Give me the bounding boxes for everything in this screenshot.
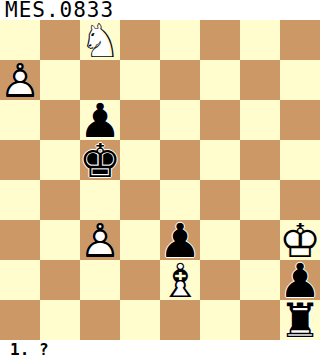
white-bishop-icon: ♗ — [160, 260, 200, 300]
square-a6 — [0, 100, 40, 140]
square-h3-white-king: ♚♔ — [280, 220, 320, 260]
square-a5 — [0, 140, 40, 180]
square-a4 — [0, 180, 40, 220]
white-knight-icon: ♘ — [80, 20, 120, 60]
square-e8 — [160, 20, 200, 60]
square-f1 — [200, 300, 240, 340]
square-b5 — [40, 140, 80, 180]
black-rook-icon: ♜ — [280, 300, 320, 340]
square-g8 — [240, 20, 280, 60]
square-e5 — [160, 140, 200, 180]
square-b1 — [40, 300, 80, 340]
white-king-icon: ♚ — [280, 220, 320, 260]
square-b8 — [40, 20, 80, 60]
white-pawn-icon: ♟ — [80, 220, 120, 260]
square-f8 — [200, 20, 240, 60]
black-pawn-icon: ♟ — [160, 220, 200, 260]
black-king-icon: ♚ — [80, 140, 120, 180]
square-c6-black-pawn: ♟ — [80, 100, 120, 140]
black-pawn-icon: ♟ — [80, 100, 120, 140]
square-g1 — [240, 300, 280, 340]
square-e3-black-pawn: ♟ — [160, 220, 200, 260]
square-c7 — [80, 60, 120, 100]
square-f7 — [200, 60, 240, 100]
square-f5 — [200, 140, 240, 180]
square-b6 — [40, 100, 80, 140]
diagram-title: MES.0833 — [5, 0, 114, 20]
square-d1 — [120, 300, 160, 340]
square-h2-black-pawn: ♟ — [280, 260, 320, 300]
square-c1 — [80, 300, 120, 340]
chess-diagram: MES.0833 ♞♘♟♙♟♚♟♙♟♚♔♝♗♟♜ 1. ? — [0, 0, 320, 360]
square-a1 — [0, 300, 40, 340]
square-g7 — [240, 60, 280, 100]
square-d8 — [120, 20, 160, 60]
square-g4 — [240, 180, 280, 220]
square-c4 — [80, 180, 120, 220]
square-f3 — [200, 220, 240, 260]
square-b2 — [40, 260, 80, 300]
square-h5 — [280, 140, 320, 180]
square-h6 — [280, 100, 320, 140]
square-g6 — [240, 100, 280, 140]
white-knight-icon: ♞ — [80, 20, 120, 60]
square-e7 — [160, 60, 200, 100]
white-bishop-icon: ♝ — [160, 260, 200, 300]
square-h4 — [280, 180, 320, 220]
white-pawn-icon: ♟ — [0, 60, 40, 100]
square-b3 — [40, 220, 80, 260]
square-e4 — [160, 180, 200, 220]
square-b4 — [40, 180, 80, 220]
chess-board: ♞♘♟♙♟♚♟♙♟♚♔♝♗♟♜ — [0, 20, 320, 340]
white-king-icon: ♔ — [280, 220, 320, 260]
square-f4 — [200, 180, 240, 220]
square-e1 — [160, 300, 200, 340]
square-c3-white-pawn: ♟♙ — [80, 220, 120, 260]
black-pawn-icon: ♟ — [280, 260, 320, 300]
square-e6 — [160, 100, 200, 140]
square-c2 — [80, 260, 120, 300]
square-d2 — [120, 260, 160, 300]
square-g3 — [240, 220, 280, 260]
square-d3 — [120, 220, 160, 260]
square-a8 — [0, 20, 40, 60]
square-a2 — [0, 260, 40, 300]
white-pawn-icon: ♙ — [80, 220, 120, 260]
square-d7 — [120, 60, 160, 100]
square-d5 — [120, 140, 160, 180]
white-pawn-icon: ♙ — [0, 60, 40, 100]
square-d4 — [120, 180, 160, 220]
square-h7 — [280, 60, 320, 100]
square-g5 — [240, 140, 280, 180]
square-g2 — [240, 260, 280, 300]
square-d6 — [120, 100, 160, 140]
square-a7-white-pawn: ♟♙ — [0, 60, 40, 100]
square-f2 — [200, 260, 240, 300]
move-prompt: 1. ? — [10, 340, 49, 360]
square-e2-white-bishop: ♝♗ — [160, 260, 200, 300]
square-h1-black-rook: ♜ — [280, 300, 320, 340]
square-f6 — [200, 100, 240, 140]
square-c8-white-knight: ♞♘ — [80, 20, 120, 60]
square-b7 — [40, 60, 80, 100]
square-c5-black-king: ♚ — [80, 140, 120, 180]
square-h8 — [280, 20, 320, 60]
square-a3 — [0, 220, 40, 260]
